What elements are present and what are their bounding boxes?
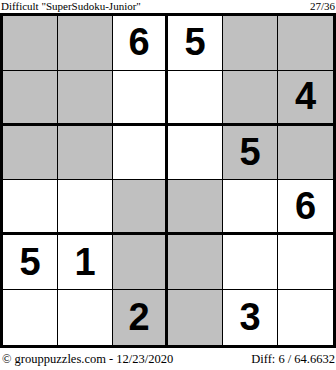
cell-r3c4-empty[interactable]	[168, 126, 223, 181]
cell-r2c4-empty[interactable]	[168, 71, 223, 126]
cell-r6c5-given-3: 3	[223, 290, 278, 345]
cell-r3c3-empty[interactable]	[113, 126, 168, 181]
cell-r6c6-empty[interactable]	[278, 290, 333, 345]
cell-r5c5-empty[interactable]	[223, 235, 278, 290]
cell-r3c5-given-5: 5	[223, 126, 278, 181]
cell-r3c6-empty[interactable]	[278, 126, 333, 181]
cell-r5c4-empty[interactable]	[168, 235, 223, 290]
cell-r6c2-empty[interactable]	[58, 290, 113, 345]
cell-r4c6-given-6: 6	[278, 180, 333, 235]
cell-r6c3-given-2: 2	[113, 290, 168, 345]
cell-r2c2-empty[interactable]	[58, 71, 113, 126]
cell-r1c2-empty[interactable]	[58, 16, 113, 71]
empty-cell-counter: 27/36	[310, 0, 335, 12]
header: Difficult "SuperSudoku-Junior" 27/36	[0, 0, 336, 13]
cell-r5c1-given-5: 5	[3, 235, 58, 290]
cell-r3c2-empty[interactable]	[58, 126, 113, 181]
difficulty-rating: Diff: 6 / 64.6632	[251, 351, 335, 367]
cell-r4c5-empty[interactable]	[223, 180, 278, 235]
cell-r2c5-empty[interactable]	[223, 71, 278, 126]
cell-r5c2-given-1: 1	[58, 235, 113, 290]
cell-r5c3-empty[interactable]	[113, 235, 168, 290]
cell-r5c6-empty[interactable]	[278, 235, 333, 290]
puzzle-title: Difficult "SuperSudoku-Junior"	[1, 0, 141, 12]
cell-r4c2-empty[interactable]	[58, 180, 113, 235]
cell-r1c6-empty[interactable]	[278, 16, 333, 71]
cell-r4c1-empty[interactable]	[3, 180, 58, 235]
cell-r2c3-empty[interactable]	[113, 71, 168, 126]
cell-r6c4-empty[interactable]	[168, 290, 223, 345]
copyright-text: © grouppuzzles.com - 12/23/2020	[2, 351, 173, 367]
cell-r2c6-given-4: 4	[278, 71, 333, 126]
cell-r3c1-empty[interactable]	[3, 126, 58, 181]
sudoku-board: 654565123	[0, 13, 336, 348]
puzzle-page: Difficult "SuperSudoku-Junior" 27/36 654…	[0, 0, 336, 370]
cell-r1c5-empty[interactable]	[223, 16, 278, 71]
cell-r1c1-empty[interactable]	[3, 16, 58, 71]
cell-r6c1-empty[interactable]	[3, 290, 58, 345]
cell-r2c1-empty[interactable]	[3, 71, 58, 126]
cell-r1c3-given-6: 6	[113, 16, 168, 71]
footer: © grouppuzzles.com - 12/23/2020 Diff: 6 …	[0, 350, 336, 370]
cell-r4c3-empty[interactable]	[113, 180, 168, 235]
cell-r1c4-given-5: 5	[168, 16, 223, 71]
cell-r4c4-empty[interactable]	[168, 180, 223, 235]
